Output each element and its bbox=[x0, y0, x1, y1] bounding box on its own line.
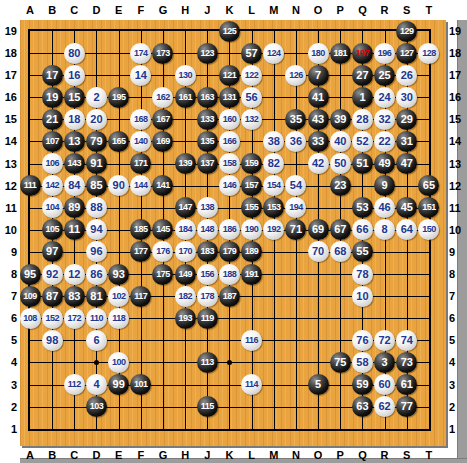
stone-J10-move-148[interactable]: 148 bbox=[197, 219, 218, 240]
stone-J4-move-113[interactable]: 113 bbox=[197, 352, 218, 373]
coord-label-top-O: O bbox=[307, 3, 329, 17]
stone-B5-move-98[interactable]: 98 bbox=[42, 330, 63, 351]
stone-J6-move-119[interactable]: 119 bbox=[197, 308, 218, 329]
stone-H16-move-161[interactable]: 161 bbox=[175, 87, 196, 108]
coord-label-right-11: 11 bbox=[449, 201, 465, 215]
stone-S15-move-29[interactable]: 29 bbox=[396, 109, 417, 130]
coord-label-top-J: J bbox=[196, 3, 218, 17]
stone-L5-move-116[interactable]: 116 bbox=[241, 330, 262, 351]
coord-label-bottom-N: N bbox=[285, 448, 307, 462]
coord-label-right-2: 2 bbox=[449, 400, 465, 414]
stone-S5-move-74[interactable]: 74 bbox=[396, 330, 417, 351]
stone-R18-move-196[interactable]: 196 bbox=[374, 43, 395, 64]
stone-B14-move-107[interactable]: 107 bbox=[42, 131, 63, 152]
stone-J11-move-138[interactable]: 138 bbox=[197, 197, 218, 218]
coord-label-left-2: 2 bbox=[1, 400, 17, 414]
coord-label-top-K: K bbox=[218, 3, 240, 17]
stone-E4-move-100[interactable]: 100 bbox=[108, 352, 129, 373]
window-edge-right bbox=[457, 20, 467, 463]
stone-E14-move-165[interactable]: 165 bbox=[108, 131, 129, 152]
stone-J13-move-137[interactable]: 137 bbox=[197, 153, 218, 174]
coord-label-bottom-H: H bbox=[174, 448, 196, 462]
stone-A12-move-111[interactable]: 111 bbox=[20, 175, 41, 196]
coord-label-left-1: 1 bbox=[1, 422, 17, 436]
coord-label-top-C: C bbox=[63, 3, 85, 17]
coord-label-bottom-S: S bbox=[396, 448, 418, 462]
coord-label-bottom-Q: Q bbox=[351, 448, 373, 462]
stone-H9-move-170[interactable]: 170 bbox=[175, 241, 196, 262]
coord-label-left-3: 3 bbox=[1, 378, 17, 392]
coord-label-top-S: S bbox=[396, 3, 418, 17]
coord-label-top-D: D bbox=[85, 3, 107, 17]
coord-label-bottom-A: A bbox=[19, 448, 41, 462]
coord-label-right-7: 7 bbox=[449, 289, 465, 303]
stone-C13-move-143[interactable]: 143 bbox=[64, 153, 85, 174]
coord-label-left-12: 12 bbox=[1, 179, 17, 193]
stone-J18-move-123[interactable]: 123 bbox=[197, 43, 218, 64]
stone-A6-move-108[interactable]: 108 bbox=[20, 308, 41, 329]
stone-R17-move-25[interactable]: 25 bbox=[374, 65, 395, 86]
coord-label-right-3: 3 bbox=[449, 378, 465, 392]
stone-O9-move-70[interactable]: 70 bbox=[308, 241, 329, 262]
coord-label-left-15: 15 bbox=[1, 112, 17, 126]
stone-D2-move-103[interactable]: 103 bbox=[86, 396, 107, 417]
coord-label-right-18: 18 bbox=[449, 46, 465, 60]
stone-R14-move-22[interactable]: 22 bbox=[374, 131, 395, 152]
stone-Q8-move-78[interactable]: 78 bbox=[352, 264, 373, 285]
stone-B7-move-87[interactable]: 87 bbox=[42, 286, 63, 307]
stone-H11-move-147[interactable]: 147 bbox=[175, 197, 196, 218]
coord-label-right-8: 8 bbox=[449, 267, 465, 281]
stone-Q17-move-27[interactable]: 27 bbox=[352, 65, 373, 86]
coord-label-left-6: 6 bbox=[1, 311, 17, 325]
stone-O17-move-7[interactable]: 7 bbox=[308, 65, 329, 86]
stone-E6-move-118[interactable]: 118 bbox=[108, 308, 129, 329]
coord-label-right-17: 17 bbox=[449, 68, 465, 82]
stone-K7-move-187[interactable]: 187 bbox=[219, 286, 240, 307]
coord-label-top-R: R bbox=[374, 3, 396, 17]
stone-B16-move-19[interactable]: 19 bbox=[42, 87, 63, 108]
stone-L17-move-122[interactable]: 122 bbox=[241, 65, 262, 86]
coord-label-top-F: F bbox=[130, 3, 152, 17]
coord-label-right-13: 13 bbox=[449, 157, 465, 171]
coord-label-left-8: 8 bbox=[1, 267, 17, 281]
stone-S16-move-30[interactable]: 30 bbox=[396, 87, 417, 108]
stone-R4-move-3[interactable]: 3 bbox=[374, 352, 395, 373]
stone-H17-move-130[interactable]: 130 bbox=[175, 65, 196, 86]
stone-R3-move-60[interactable]: 60 bbox=[374, 374, 395, 395]
stone-H6-move-193[interactable]: 193 bbox=[175, 308, 196, 329]
coord-label-bottom-O: O bbox=[307, 448, 329, 462]
coord-label-left-16: 16 bbox=[1, 90, 17, 104]
stone-J16-move-163[interactable]: 163 bbox=[197, 87, 218, 108]
stone-B12-move-142[interactable]: 142 bbox=[42, 175, 63, 196]
stone-E3-move-99[interactable]: 99 bbox=[108, 374, 129, 395]
stone-J2-move-115[interactable]: 115 bbox=[197, 396, 218, 417]
stone-C18-move-80[interactable]: 80 bbox=[64, 43, 85, 64]
stone-C3-move-112[interactable]: 112 bbox=[64, 374, 85, 395]
stone-S19-move-129[interactable]: 129 bbox=[396, 21, 417, 42]
stone-R15-move-32[interactable]: 32 bbox=[374, 109, 395, 130]
coord-label-left-14: 14 bbox=[1, 134, 17, 148]
stone-E16-move-195[interactable]: 195 bbox=[108, 87, 129, 108]
stone-B13-move-106[interactable]: 106 bbox=[42, 153, 63, 174]
stone-B17-move-17[interactable]: 17 bbox=[42, 65, 63, 86]
stone-S18-move-127[interactable]: 127 bbox=[396, 43, 417, 64]
stone-K17-move-121[interactable]: 121 bbox=[219, 65, 240, 86]
stone-L16-move-56[interactable]: 56 bbox=[241, 87, 262, 108]
coord-label-right-16: 16 bbox=[449, 90, 465, 104]
stone-F17-move-14[interactable]: 14 bbox=[130, 65, 151, 86]
stone-P10-move-67[interactable]: 67 bbox=[330, 219, 351, 240]
coord-label-bottom-B: B bbox=[41, 448, 63, 462]
coord-label-right-5: 5 bbox=[449, 333, 465, 347]
stone-K19-move-125[interactable]: 125 bbox=[219, 21, 240, 42]
coord-label-bottom-L: L bbox=[241, 448, 263, 462]
coord-label-left-18: 18 bbox=[1, 46, 17, 60]
stone-Q2-move-63[interactable]: 63 bbox=[352, 396, 373, 417]
stone-T18-move-128[interactable]: 128 bbox=[418, 43, 439, 64]
stone-B10-move-105[interactable]: 105 bbox=[42, 219, 63, 240]
coord-label-bottom-E: E bbox=[108, 448, 130, 462]
coord-label-top-P: P bbox=[329, 3, 351, 17]
coord-label-bottom-J: J bbox=[196, 448, 218, 462]
stone-C15-move-18[interactable]: 18 bbox=[64, 109, 85, 130]
coord-label-top-B: B bbox=[41, 3, 63, 17]
stone-R5-move-72[interactable]: 72 bbox=[374, 330, 395, 351]
stone-D6-move-110[interactable]: 110 bbox=[86, 308, 107, 329]
coord-label-top-L: L bbox=[241, 3, 263, 17]
stone-K13-move-158[interactable]: 158 bbox=[219, 153, 240, 174]
stone-D14-move-79[interactable]: 79 bbox=[86, 131, 107, 152]
stone-O16-move-41[interactable]: 41 bbox=[308, 87, 329, 108]
coord-label-top-H: H bbox=[174, 3, 196, 17]
stone-A8-move-95[interactable]: 95 bbox=[20, 264, 41, 285]
coord-label-bottom-M: M bbox=[263, 448, 285, 462]
stone-B11-move-104[interactable]: 104 bbox=[42, 197, 63, 218]
stone-O10-move-69[interactable]: 69 bbox=[308, 219, 329, 240]
stone-D13-move-91[interactable]: 91 bbox=[86, 153, 107, 174]
stone-J8-move-156[interactable]: 156 bbox=[197, 264, 218, 285]
coord-label-right-4: 4 bbox=[449, 355, 465, 369]
coord-label-top-E: E bbox=[108, 3, 130, 17]
coord-label-bottom-P: P bbox=[329, 448, 351, 462]
stone-C12-move-84[interactable]: 84 bbox=[64, 175, 85, 196]
stone-H13-move-139[interactable]: 139 bbox=[175, 153, 196, 174]
coord-label-right-9: 9 bbox=[449, 245, 465, 259]
coord-label-right-14: 14 bbox=[449, 134, 465, 148]
stone-O18-move-180[interactable]: 180 bbox=[308, 43, 329, 64]
coord-label-left-13: 13 bbox=[1, 157, 17, 171]
stone-D12-move-85[interactable]: 85 bbox=[86, 175, 107, 196]
coord-label-top-M: M bbox=[263, 3, 285, 17]
stone-H7-move-182[interactable]: 182 bbox=[175, 286, 196, 307]
stone-F18-move-174[interactable]: 174 bbox=[130, 43, 151, 64]
coord-label-right-15: 15 bbox=[449, 112, 465, 126]
stone-Q5-move-76[interactable]: 76 bbox=[352, 330, 373, 351]
stone-Q4-move-58[interactable]: 58 bbox=[352, 352, 373, 373]
stone-J15-move-133[interactable]: 133 bbox=[197, 109, 218, 130]
coord-label-bottom-F: F bbox=[130, 448, 152, 462]
stone-J14-move-135[interactable]: 135 bbox=[197, 131, 218, 152]
stone-P4-move-75[interactable]: 75 bbox=[330, 352, 351, 373]
stone-P18-move-181[interactable]: 181 bbox=[330, 43, 351, 64]
stone-C8-move-12[interactable]: 12 bbox=[64, 264, 85, 285]
coord-label-right-19: 19 bbox=[449, 24, 465, 38]
coord-label-bottom-G: G bbox=[152, 448, 174, 462]
stone-H10-move-184[interactable]: 184 bbox=[175, 219, 196, 240]
stone-O13-move-42[interactable]: 42 bbox=[308, 153, 329, 174]
stone-P15-move-39[interactable]: 39 bbox=[330, 109, 351, 130]
stone-P14-move-40[interactable]: 40 bbox=[330, 131, 351, 152]
coord-label-top-Q: Q bbox=[351, 3, 373, 17]
stone-C6-move-172[interactable]: 172 bbox=[64, 308, 85, 329]
stone-L3-move-114[interactable]: 114 bbox=[241, 374, 262, 395]
coord-label-left-5: 5 bbox=[1, 333, 17, 347]
stone-Q18-move-197[interactable]: 197 bbox=[352, 43, 373, 64]
coord-label-left-19: 19 bbox=[1, 24, 17, 38]
coord-label-left-4: 4 bbox=[1, 355, 17, 369]
stone-H8-move-149[interactable]: 149 bbox=[175, 264, 196, 285]
coord-label-left-17: 17 bbox=[1, 68, 17, 82]
coord-label-top-N: N bbox=[285, 3, 307, 17]
stone-O15-move-43[interactable]: 43 bbox=[308, 109, 329, 130]
coord-label-bottom-D: D bbox=[85, 448, 107, 462]
stone-M18-move-124[interactable]: 124 bbox=[263, 43, 284, 64]
stone-P12-move-23[interactable]: 23 bbox=[330, 175, 351, 196]
stone-P13-move-50[interactable]: 50 bbox=[330, 153, 351, 174]
stone-G8-move-175[interactable]: 175 bbox=[152, 264, 173, 285]
stone-G18-move-173[interactable]: 173 bbox=[152, 43, 173, 64]
stone-A7-move-109[interactable]: 109 bbox=[20, 286, 41, 307]
stone-D3-move-4[interactable]: 4 bbox=[86, 374, 107, 395]
coord-label-right-12: 12 bbox=[449, 179, 465, 193]
stone-N17-move-126[interactable]: 126 bbox=[285, 65, 306, 86]
coord-label-top-G: G bbox=[152, 3, 174, 17]
stone-Q7-move-10[interactable]: 10 bbox=[352, 286, 373, 307]
stone-J7-move-178[interactable]: 178 bbox=[197, 286, 218, 307]
coord-label-bottom-R: R bbox=[374, 448, 396, 462]
stone-C11-move-89[interactable]: 89 bbox=[64, 197, 85, 218]
stone-L15-move-132[interactable]: 132 bbox=[241, 109, 262, 130]
stone-K15-move-160[interactable]: 160 bbox=[219, 109, 240, 130]
stone-K8-move-188[interactable]: 188 bbox=[219, 264, 240, 285]
stone-B9-move-97[interactable]: 97 bbox=[42, 241, 63, 262]
coord-label-left-11: 11 bbox=[1, 201, 17, 215]
stone-O3-move-5[interactable]: 5 bbox=[308, 374, 329, 395]
stone-D16-move-2[interactable]: 2 bbox=[86, 87, 107, 108]
coord-label-top-T: T bbox=[418, 3, 440, 17]
stone-O14-move-33[interactable]: 33 bbox=[308, 131, 329, 152]
coord-label-top-A: A bbox=[19, 3, 41, 17]
stone-Q13-move-51[interactable]: 51 bbox=[352, 153, 373, 174]
stone-K14-move-166[interactable]: 166 bbox=[219, 131, 240, 152]
stone-C14-move-13[interactable]: 13 bbox=[64, 131, 85, 152]
stone-C16-move-15[interactable]: 15 bbox=[64, 87, 85, 108]
coord-label-bottom-C: C bbox=[63, 448, 85, 462]
stone-D5-move-6[interactable]: 6 bbox=[86, 330, 107, 351]
stone-Q3-move-59[interactable]: 59 bbox=[352, 374, 373, 395]
stone-Q14-move-52[interactable]: 52 bbox=[352, 131, 373, 152]
stone-D7-move-81[interactable]: 81 bbox=[86, 286, 107, 307]
stone-E8-move-93[interactable]: 93 bbox=[108, 264, 129, 285]
stone-B6-move-152[interactable]: 152 bbox=[42, 308, 63, 329]
stone-Q16-move-1[interactable]: 1 bbox=[352, 87, 373, 108]
stone-E7-move-102[interactable]: 102 bbox=[108, 286, 129, 307]
stone-R16-move-24[interactable]: 24 bbox=[374, 87, 395, 108]
coord-label-left-10: 10 bbox=[1, 223, 17, 237]
stone-D8-move-86[interactable]: 86 bbox=[86, 264, 107, 285]
go-diagram-window: AABBCCDDEEFFGGHHJJKKLLMMNNOOPPQQRRSSTT19… bbox=[0, 0, 467, 463]
stone-L18-move-57[interactable]: 57 bbox=[241, 43, 262, 64]
stone-L8-move-191[interactable]: 191 bbox=[241, 264, 262, 285]
stone-K12-move-146[interactable]: 146 bbox=[219, 175, 240, 196]
stone-Q15-move-28[interactable]: 28 bbox=[352, 109, 373, 130]
coord-label-right-10: 10 bbox=[449, 223, 465, 237]
stone-K16-move-131[interactable]: 131 bbox=[219, 87, 240, 108]
stone-D15-move-20[interactable]: 20 bbox=[86, 109, 107, 130]
coord-label-right-6: 6 bbox=[449, 311, 465, 325]
coord-label-bottom-K: K bbox=[218, 448, 240, 462]
stone-C7-move-83[interactable]: 83 bbox=[64, 286, 85, 307]
stone-S17-move-26[interactable]: 26 bbox=[396, 65, 417, 86]
coord-label-left-9: 9 bbox=[1, 245, 17, 259]
coord-label-right-1: 1 bbox=[449, 422, 465, 436]
stone-C17-move-16[interactable]: 16 bbox=[64, 65, 85, 86]
coord-label-bottom-T: T bbox=[418, 448, 440, 462]
stone-B8-move-92[interactable]: 92 bbox=[42, 264, 63, 285]
stone-F7-move-117[interactable]: 117 bbox=[130, 286, 151, 307]
stone-R13-move-49[interactable]: 49 bbox=[374, 153, 395, 174]
stone-B15-move-21[interactable]: 21 bbox=[42, 109, 63, 130]
coord-label-left-7: 7 bbox=[1, 289, 17, 303]
